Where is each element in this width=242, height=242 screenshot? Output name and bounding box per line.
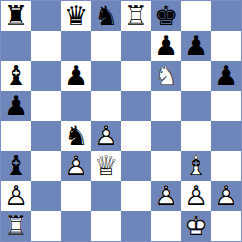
square-d4[interactable]: ♟♙ bbox=[91, 121, 121, 151]
square-a7[interactable] bbox=[1, 31, 31, 61]
square-g8[interactable] bbox=[181, 1, 211, 31]
square-a4[interactable] bbox=[1, 121, 31, 151]
square-h1[interactable] bbox=[211, 211, 241, 241]
square-f3[interactable] bbox=[151, 151, 181, 181]
piece-white-rook[interactable]: ♜♖ bbox=[121, 1, 151, 31]
square-a2[interactable]: ♟♙ bbox=[1, 181, 31, 211]
piece-white-pawn[interactable]: ♟♙ bbox=[61, 151, 91, 181]
square-b4[interactable] bbox=[31, 121, 61, 151]
square-f5[interactable] bbox=[151, 91, 181, 121]
square-e4[interactable] bbox=[121, 121, 151, 151]
square-c7[interactable] bbox=[61, 31, 91, 61]
square-d8[interactable]: ♞ bbox=[91, 1, 121, 31]
square-g7[interactable]: ♟ bbox=[181, 31, 211, 61]
square-g2[interactable]: ♟♙ bbox=[181, 181, 211, 211]
square-h7[interactable] bbox=[211, 31, 241, 61]
piece-white-pawn[interactable]: ♟♙ bbox=[91, 121, 121, 151]
square-d5[interactable] bbox=[91, 91, 121, 121]
square-b8[interactable] bbox=[31, 1, 61, 31]
piece-white-rook[interactable]: ♜♖ bbox=[1, 211, 31, 241]
square-a6[interactable]: ♝ bbox=[1, 61, 31, 91]
piece-black-pawn[interactable]: ♟ bbox=[61, 61, 91, 91]
square-f2[interactable]: ♟♙ bbox=[151, 181, 181, 211]
piece-black-queen[interactable]: ♛ bbox=[61, 1, 91, 31]
square-e6[interactable] bbox=[121, 61, 151, 91]
square-e5[interactable] bbox=[121, 91, 151, 121]
piece-outline-layer: ♙ bbox=[61, 151, 91, 181]
square-f6[interactable]: ♞♘ bbox=[151, 61, 181, 91]
square-h2[interactable]: ♟♙ bbox=[211, 181, 241, 211]
square-a5[interactable]: ♟ bbox=[1, 91, 31, 121]
piece-black-pawn[interactable]: ♟ bbox=[181, 31, 211, 61]
piece-black-knight[interactable]: ♞ bbox=[91, 1, 121, 31]
square-g3[interactable]: ♝♗ bbox=[181, 151, 211, 181]
square-b2[interactable] bbox=[31, 181, 61, 211]
piece-black-pawn[interactable]: ♟ bbox=[1, 91, 31, 121]
piece-outline-layer: ♙ bbox=[181, 181, 211, 211]
piece-white-pawn[interactable]: ♟♙ bbox=[1, 181, 31, 211]
square-d3[interactable]: ♛♕ bbox=[91, 151, 121, 181]
piece-outline-layer: ♔ bbox=[181, 211, 211, 241]
chess-board: ♜♛♞♜♖♚♟♟♝♟♞♘♟♟♞♟♙♝♟♙♛♕♝♗♟♙♟♙♟♙♟♙♜♖♚♔ bbox=[0, 0, 242, 242]
square-c3[interactable]: ♟♙ bbox=[61, 151, 91, 181]
square-c5[interactable] bbox=[61, 91, 91, 121]
square-f1[interactable] bbox=[151, 211, 181, 241]
square-h6[interactable]: ♟ bbox=[211, 61, 241, 91]
square-e1[interactable] bbox=[121, 211, 151, 241]
square-h8[interactable] bbox=[211, 1, 241, 31]
piece-white-pawn[interactable]: ♟♙ bbox=[181, 181, 211, 211]
piece-white-king[interactable]: ♚♔ bbox=[181, 211, 211, 241]
square-b6[interactable] bbox=[31, 61, 61, 91]
piece-white-pawn[interactable]: ♟♙ bbox=[211, 181, 241, 211]
square-b3[interactable] bbox=[31, 151, 61, 181]
piece-outline-layer: ♘ bbox=[151, 61, 181, 91]
square-b7[interactable] bbox=[31, 31, 61, 61]
piece-black-rook[interactable]: ♜ bbox=[1, 1, 31, 31]
piece-outline-layer: ♕ bbox=[91, 151, 121, 181]
square-e3[interactable] bbox=[121, 151, 151, 181]
piece-white-queen[interactable]: ♛♕ bbox=[91, 151, 121, 181]
square-a1[interactable]: ♜♖ bbox=[1, 211, 31, 241]
piece-white-pawn[interactable]: ♟♙ bbox=[151, 181, 181, 211]
square-f7[interactable]: ♟ bbox=[151, 31, 181, 61]
square-a3[interactable]: ♝ bbox=[1, 151, 31, 181]
piece-outline-layer: ♖ bbox=[121, 1, 151, 31]
piece-black-pawn[interactable]: ♟ bbox=[151, 31, 181, 61]
square-g4[interactable] bbox=[181, 121, 211, 151]
square-a8[interactable]: ♜ bbox=[1, 1, 31, 31]
square-h3[interactable] bbox=[211, 151, 241, 181]
square-g5[interactable] bbox=[181, 91, 211, 121]
square-c8[interactable]: ♛ bbox=[61, 1, 91, 31]
piece-black-bishop[interactable]: ♝ bbox=[1, 151, 31, 181]
square-c4[interactable]: ♞ bbox=[61, 121, 91, 151]
piece-white-knight[interactable]: ♞♘ bbox=[151, 61, 181, 91]
square-d7[interactable] bbox=[91, 31, 121, 61]
square-e7[interactable] bbox=[121, 31, 151, 61]
piece-black-bishop[interactable]: ♝ bbox=[1, 61, 31, 91]
square-e2[interactable] bbox=[121, 181, 151, 211]
piece-outline-layer: ♙ bbox=[211, 181, 241, 211]
piece-outline-layer: ♙ bbox=[151, 181, 181, 211]
square-d2[interactable] bbox=[91, 181, 121, 211]
square-c2[interactable] bbox=[61, 181, 91, 211]
piece-black-king[interactable]: ♚ bbox=[151, 1, 181, 31]
square-d1[interactable] bbox=[91, 211, 121, 241]
square-g1[interactable]: ♚♔ bbox=[181, 211, 211, 241]
piece-white-bishop[interactable]: ♝♗ bbox=[181, 151, 211, 181]
piece-outline-layer: ♗ bbox=[181, 151, 211, 181]
square-f8[interactable]: ♚ bbox=[151, 1, 181, 31]
square-e8[interactable]: ♜♖ bbox=[121, 1, 151, 31]
piece-outline-layer: ♖ bbox=[1, 211, 31, 241]
square-g6[interactable] bbox=[181, 61, 211, 91]
square-b1[interactable] bbox=[31, 211, 61, 241]
piece-black-pawn[interactable]: ♟ bbox=[211, 61, 241, 91]
square-f4[interactable] bbox=[151, 121, 181, 151]
piece-outline-layer: ♙ bbox=[91, 121, 121, 151]
square-c1[interactable] bbox=[61, 211, 91, 241]
square-h4[interactable] bbox=[211, 121, 241, 151]
square-d6[interactable] bbox=[91, 61, 121, 91]
square-b5[interactable] bbox=[31, 91, 61, 121]
square-h5[interactable] bbox=[211, 91, 241, 121]
square-c6[interactable]: ♟ bbox=[61, 61, 91, 91]
piece-black-knight[interactable]: ♞ bbox=[61, 121, 91, 151]
piece-outline-layer: ♙ bbox=[1, 181, 31, 211]
